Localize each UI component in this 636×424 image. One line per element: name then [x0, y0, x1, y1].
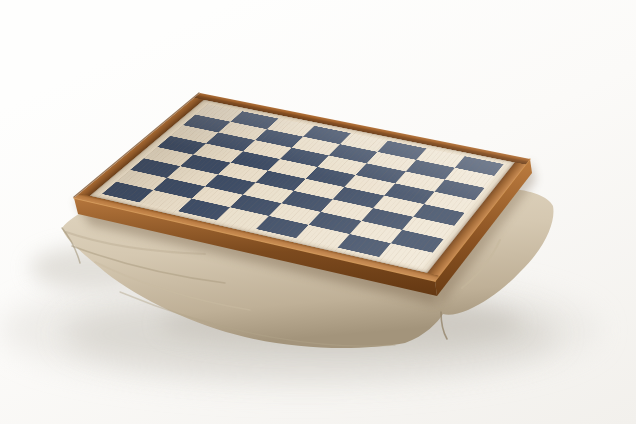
photo-scene: [0, 0, 636, 424]
